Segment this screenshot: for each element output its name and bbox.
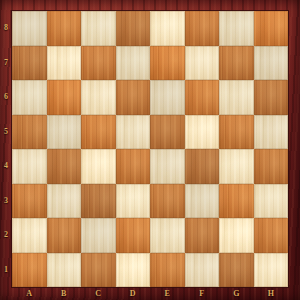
square-g6[interactable] (219, 80, 254, 115)
square-f8[interactable] (185, 11, 220, 46)
square-c8[interactable] (81, 11, 116, 46)
square-e7[interactable] (150, 46, 185, 81)
square-b6[interactable] (47, 80, 82, 115)
square-d4[interactable] (116, 149, 151, 184)
square-a6[interactable] (12, 80, 47, 115)
square-f7[interactable] (185, 46, 220, 81)
square-h6[interactable] (254, 80, 289, 115)
file-label-e: E (150, 287, 185, 300)
square-h2[interactable] (254, 218, 289, 253)
square-b2[interactable] (47, 218, 82, 253)
square-b3[interactable] (47, 184, 82, 219)
square-g2[interactable] (219, 218, 254, 253)
square-a1[interactable] (12, 253, 47, 288)
square-c6[interactable] (81, 80, 116, 115)
square-f1[interactable] (185, 253, 220, 288)
square-d8[interactable] (116, 11, 151, 46)
square-a7[interactable] (12, 46, 47, 81)
chess-board-frame: 8 7 6 5 4 3 2 1 A B C D E F G H (0, 0, 300, 300)
square-a8[interactable] (12, 11, 47, 46)
square-b4[interactable] (47, 149, 82, 184)
square-c7[interactable] (81, 46, 116, 81)
square-g7[interactable] (219, 46, 254, 81)
square-e8[interactable] (150, 11, 185, 46)
rank-label-7: 7 (0, 46, 12, 81)
file-label-c: C (81, 287, 116, 300)
rank-label-8: 8 (0, 11, 12, 46)
square-h3[interactable] (254, 184, 289, 219)
square-d6[interactable] (116, 80, 151, 115)
file-label-b: B (47, 287, 82, 300)
square-a5[interactable] (12, 115, 47, 150)
square-g5[interactable] (219, 115, 254, 150)
square-h7[interactable] (254, 46, 289, 81)
rank-label-6: 6 (0, 80, 12, 115)
square-h1[interactable] (254, 253, 289, 288)
rank-labels: 8 7 6 5 4 3 2 1 (0, 11, 12, 287)
square-h5[interactable] (254, 115, 289, 150)
square-f2[interactable] (185, 218, 220, 253)
square-g3[interactable] (219, 184, 254, 219)
square-h8[interactable] (254, 11, 289, 46)
file-label-g: G (219, 287, 254, 300)
rank-label-5: 5 (0, 115, 12, 150)
rank-label-4: 4 (0, 149, 12, 184)
square-d7[interactable] (116, 46, 151, 81)
square-h4[interactable] (254, 149, 289, 184)
rank-label-1: 1 (0, 253, 12, 288)
square-c1[interactable] (81, 253, 116, 288)
square-f3[interactable] (185, 184, 220, 219)
square-g8[interactable] (219, 11, 254, 46)
square-b5[interactable] (47, 115, 82, 150)
square-e1[interactable] (150, 253, 185, 288)
square-f5[interactable] (185, 115, 220, 150)
file-label-a: A (12, 287, 47, 300)
square-d2[interactable] (116, 218, 151, 253)
square-f6[interactable] (185, 80, 220, 115)
square-f4[interactable] (185, 149, 220, 184)
chess-board (12, 11, 288, 287)
square-d3[interactable] (116, 184, 151, 219)
square-a3[interactable] (12, 184, 47, 219)
square-d5[interactable] (116, 115, 151, 150)
square-c3[interactable] (81, 184, 116, 219)
file-label-f: F (185, 287, 220, 300)
square-e6[interactable] (150, 80, 185, 115)
square-a4[interactable] (12, 149, 47, 184)
rank-label-2: 2 (0, 218, 12, 253)
square-b8[interactable] (47, 11, 82, 46)
square-b1[interactable] (47, 253, 82, 288)
square-d1[interactable] (116, 253, 151, 288)
file-label-d: D (116, 287, 151, 300)
square-g1[interactable] (219, 253, 254, 288)
square-c5[interactable] (81, 115, 116, 150)
square-c2[interactable] (81, 218, 116, 253)
file-label-h: H (254, 287, 289, 300)
square-e2[interactable] (150, 218, 185, 253)
rank-label-3: 3 (0, 184, 12, 219)
square-e4[interactable] (150, 149, 185, 184)
square-g4[interactable] (219, 149, 254, 184)
square-e5[interactable] (150, 115, 185, 150)
square-a2[interactable] (12, 218, 47, 253)
square-c4[interactable] (81, 149, 116, 184)
file-labels: A B C D E F G H (12, 287, 288, 300)
square-b7[interactable] (47, 46, 82, 81)
square-e3[interactable] (150, 184, 185, 219)
